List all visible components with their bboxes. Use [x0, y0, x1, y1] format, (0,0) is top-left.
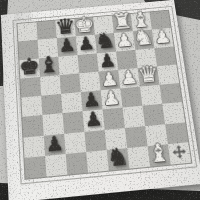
square-a4[interactable]: [21, 96, 42, 117]
piece-black-pawn: ♟: [58, 36, 77, 55]
piece-white-pawn: ♟: [115, 31, 134, 50]
square-b4[interactable]: [41, 94, 62, 115]
square-d6[interactable]: [77, 53, 98, 73]
piece-white-pawn: ♟: [153, 27, 173, 46]
square-d4[interactable]: ♟: [81, 90, 103, 111]
square-a7[interactable]: [18, 40, 38, 60]
square-h6[interactable]: [154, 46, 176, 66]
square-g8[interactable]: ♝: [131, 12, 152, 31]
square-d8[interactable]: ♚: [74, 17, 95, 36]
piece-black-pawn: ♟: [84, 109, 104, 130]
square-c7[interactable]: ♟: [57, 37, 78, 57]
square-g6[interactable]: [135, 48, 157, 68]
square-f8[interactable]: ♜: [112, 14, 133, 33]
square-e2[interactable]: [105, 128, 128, 150]
diagram-page: ♛♚♜♝♟♟♞♟♞♟♚♝♟♟♟♛♟♟♟♟♞♝: [1, 0, 200, 200]
piece-white-pawn: ♟: [101, 88, 121, 109]
square-a2[interactable]: [23, 135, 45, 157]
square-e7[interactable]: ♞: [95, 33, 116, 53]
square-g4[interactable]: [140, 85, 162, 106]
square-a5[interactable]: [20, 77, 41, 98]
square-b6[interactable]: ♝: [39, 56, 60, 76]
piece-white-pawn: ♟: [100, 69, 120, 89]
square-d1[interactable]: [86, 150, 109, 173]
square-e3[interactable]: [103, 108, 125, 130]
square-f7[interactable]: ♟: [114, 31, 135, 51]
square-h1[interactable]: [168, 142, 191, 165]
square-h2[interactable]: [165, 122, 188, 144]
piece-black-queen: ♛: [54, 15, 76, 38]
square-e5[interactable]: ♟: [99, 70, 121, 91]
square-e8[interactable]: [93, 16, 114, 35]
square-c1[interactable]: [66, 152, 88, 175]
square-e1[interactable]: ♞: [107, 148, 130, 171]
piece-black-pawn: ♟: [82, 89, 102, 110]
square-f6[interactable]: [116, 49, 138, 69]
piece-black-pawn: ♟: [77, 34, 96, 53]
piece-white-pawn: ♟: [119, 67, 139, 87]
square-g5[interactable]: ♛: [138, 66, 160, 87]
piece-black-pawn: ♟: [45, 132, 65, 154]
square-e4[interactable]: ♟: [101, 88, 123, 109]
square-d7[interactable]: ♟: [76, 35, 97, 55]
square-h3[interactable]: [162, 102, 185, 124]
square-h4[interactable]: [160, 83, 183, 104]
square-a8[interactable]: [17, 22, 37, 41]
photo-scene: ♛♚♜♝♟♟♞♟♞♟♚♝♟♟♟♛♟♟♟♟♞♝: [0, 0, 200, 200]
square-d5[interactable]: [79, 71, 100, 92]
square-g3[interactable]: [142, 104, 165, 126]
square-f3[interactable]: [123, 106, 145, 128]
square-c4[interactable]: [61, 92, 83, 113]
square-c2[interactable]: [64, 131, 86, 153]
square-c3[interactable]: [63, 111, 85, 133]
square-d3[interactable]: ♟: [83, 110, 105, 132]
square-a6[interactable]: ♚: [19, 58, 40, 78]
square-h7[interactable]: ♟: [152, 28, 174, 48]
square-b5[interactable]: [40, 75, 61, 96]
square-b1[interactable]: [45, 154, 67, 177]
square-f2[interactable]: [125, 126, 148, 148]
square-g7[interactable]: ♞: [133, 30, 154, 50]
chess-board: ♛♚♜♝♟♟♞♟♞♟♚♝♟♟♟♛♟♟♟♟♞♝: [16, 10, 192, 180]
square-a1[interactable]: [24, 156, 46, 179]
square-g2[interactable]: [145, 124, 168, 146]
square-g1[interactable]: ♝: [148, 144, 171, 167]
square-b7[interactable]: [38, 38, 59, 58]
square-e6[interactable]: ♟: [97, 51, 118, 71]
square-f1[interactable]: [127, 146, 150, 169]
move-cursor-icon: [171, 143, 188, 164]
square-b2[interactable]: ♟: [44, 133, 66, 155]
square-c6[interactable]: [58, 55, 79, 75]
square-c5[interactable]: [60, 73, 81, 94]
square-f4[interactable]: [120, 87, 142, 108]
square-a3[interactable]: [22, 115, 43, 137]
square-c8[interactable]: ♛: [55, 19, 75, 38]
square-h8[interactable]: [149, 11, 170, 30]
piece-black-pawn: ♟: [98, 50, 117, 70]
square-f5[interactable]: ♟: [118, 68, 140, 89]
square-d2[interactable]: [84, 129, 106, 151]
square-h5[interactable]: [157, 64, 179, 85]
square-b8[interactable]: [36, 21, 56, 40]
square-b3[interactable]: [42, 113, 64, 135]
